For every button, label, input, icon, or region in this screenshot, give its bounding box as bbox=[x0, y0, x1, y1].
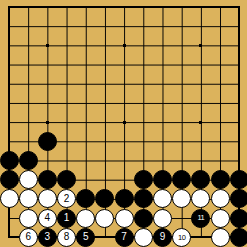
hoshi-point bbox=[199, 44, 202, 47]
stone-black[interactable] bbox=[76, 189, 95, 208]
stone-black[interactable] bbox=[95, 189, 114, 208]
stone-black[interactable] bbox=[134, 170, 153, 189]
move-number-label: 11 bbox=[197, 214, 204, 222]
stone-black[interactable] bbox=[38, 132, 57, 151]
stone-black[interactable] bbox=[38, 170, 57, 189]
board-intersections: 2411163857910 bbox=[0, 0, 247, 247]
stone-white[interactable]: 8 bbox=[57, 228, 76, 247]
move-number-label: 9 bbox=[160, 232, 166, 242]
move-number-label: 10 bbox=[178, 234, 185, 242]
move-number-label: 3 bbox=[45, 232, 51, 242]
go-board[interactable]: 2411163857910 bbox=[0, 0, 247, 247]
stone-black[interactable]: 5 bbox=[76, 228, 95, 247]
stone-black[interactable] bbox=[230, 209, 247, 228]
move-number-label: 7 bbox=[121, 232, 127, 242]
stone-black[interactable] bbox=[191, 170, 210, 189]
stone-black[interactable] bbox=[0, 170, 19, 189]
stone-white[interactable] bbox=[211, 228, 230, 247]
stone-black[interactable]: 11 bbox=[191, 209, 210, 228]
stone-white[interactable] bbox=[153, 189, 172, 208]
stone-black[interactable]: 1 bbox=[57, 209, 76, 228]
stone-black[interactable] bbox=[211, 170, 230, 189]
stone-white[interactable] bbox=[153, 209, 172, 228]
stone-white[interactable] bbox=[172, 189, 191, 208]
stone-white[interactable]: 2 bbox=[57, 189, 76, 208]
stone-black[interactable] bbox=[230, 170, 247, 189]
stone-black[interactable] bbox=[57, 170, 76, 189]
stone-black[interactable] bbox=[19, 151, 38, 170]
stone-white[interactable] bbox=[211, 209, 230, 228]
stone-white[interactable] bbox=[38, 189, 57, 208]
hoshi-point bbox=[123, 121, 126, 124]
stone-white[interactable] bbox=[76, 209, 95, 228]
stone-white[interactable] bbox=[211, 189, 230, 208]
hoshi-point bbox=[199, 121, 202, 124]
move-number-label: 4 bbox=[45, 213, 51, 223]
stone-black[interactable] bbox=[230, 189, 247, 208]
move-number-label: 1 bbox=[64, 213, 70, 223]
hoshi-point bbox=[46, 121, 49, 124]
stone-white[interactable] bbox=[19, 170, 38, 189]
hoshi-point bbox=[46, 44, 49, 47]
stone-white[interactable]: 4 bbox=[38, 209, 57, 228]
stone-white[interactable] bbox=[115, 209, 134, 228]
hoshi-point bbox=[123, 44, 126, 47]
stone-black[interactable] bbox=[115, 189, 134, 208]
stone-white[interactable]: 10 bbox=[172, 228, 191, 247]
stone-black[interactable]: 7 bbox=[115, 228, 134, 247]
stone-white[interactable] bbox=[19, 209, 38, 228]
stone-white[interactable] bbox=[191, 189, 210, 208]
stone-black[interactable] bbox=[153, 170, 172, 189]
move-number-label: 8 bbox=[64, 232, 70, 242]
stone-black[interactable] bbox=[0, 151, 19, 170]
stone-black[interactable] bbox=[134, 209, 153, 228]
stone-black[interactable] bbox=[230, 228, 247, 247]
stone-white[interactable] bbox=[19, 189, 38, 208]
stone-black[interactable] bbox=[172, 170, 191, 189]
stone-black[interactable] bbox=[134, 189, 153, 208]
stone-white[interactable] bbox=[0, 189, 19, 208]
stone-white[interactable]: 6 bbox=[19, 228, 38, 247]
stone-black[interactable]: 3 bbox=[38, 228, 57, 247]
move-number-label: 5 bbox=[83, 232, 89, 242]
stone-white[interactable] bbox=[134, 228, 153, 247]
move-number-label: 2 bbox=[64, 194, 70, 204]
move-number-label: 6 bbox=[25, 232, 31, 242]
stone-black[interactable]: 9 bbox=[153, 228, 172, 247]
stone-white[interactable] bbox=[95, 209, 114, 228]
